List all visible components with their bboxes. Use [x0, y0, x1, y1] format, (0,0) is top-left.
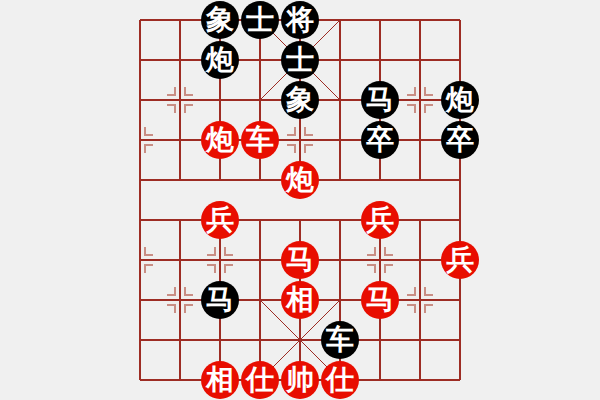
piece-black-horse[interactable]: 马	[361, 81, 399, 119]
piece-red-pawn[interactable]: 兵	[441, 241, 479, 279]
piece-red-pawn[interactable]: 兵	[201, 201, 239, 239]
piece-red-advisor[interactable]: 仕	[241, 361, 279, 399]
piece-black-advisor[interactable]: 士	[241, 1, 279, 39]
piece-red-cannon[interactable]: 炮	[201, 121, 239, 159]
piece-black-elephant[interactable]: 象	[201, 1, 239, 39]
xiangqi-board: 象士将炮士象马炮卒卒马车炮车炮兵兵马兵相马相仕帅仕	[0, 0, 600, 400]
piece-red-cannon[interactable]: 炮	[281, 161, 319, 199]
piece-red-elephant[interactable]: 相	[281, 281, 319, 319]
piece-black-cannon[interactable]: 炮	[201, 41, 239, 79]
piece-red-horse[interactable]: 马	[361, 281, 399, 319]
piece-black-pawn[interactable]: 卒	[441, 121, 479, 159]
piece-black-pawn[interactable]: 卒	[361, 121, 399, 159]
piece-red-elephant[interactable]: 相	[201, 361, 239, 399]
piece-red-pawn[interactable]: 兵	[361, 201, 399, 239]
piece-red-horse[interactable]: 马	[281, 241, 319, 279]
piece-black-elephant[interactable]: 象	[281, 81, 319, 119]
piece-black-horse[interactable]: 马	[201, 281, 239, 319]
piece-black-chariot[interactable]: 车	[321, 321, 359, 359]
piece-red-king[interactable]: 帅	[281, 361, 319, 399]
piece-red-chariot[interactable]: 车	[241, 121, 279, 159]
piece-black-king[interactable]: 将	[281, 1, 319, 39]
piece-black-cannon[interactable]: 炮	[441, 81, 479, 119]
piece-red-advisor[interactable]: 仕	[321, 361, 359, 399]
piece-black-advisor[interactable]: 士	[281, 41, 319, 79]
